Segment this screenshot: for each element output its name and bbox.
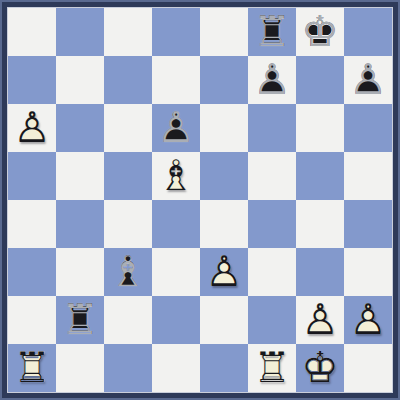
square-g6[interactable] [296,104,344,152]
square-f5[interactable] [248,152,296,200]
white-king-icon: ♚ [296,344,344,392]
piece-black-pawn[interactable]: ♟♙ [344,56,392,104]
square-b1[interactable] [56,344,104,392]
black-rook-outline-icon: ♖ [56,296,104,344]
square-c8[interactable] [104,8,152,56]
square-e4[interactable] [200,200,248,248]
square-a6[interactable]: ♟♙ [8,104,56,152]
square-e6[interactable] [200,104,248,152]
square-g5[interactable] [296,152,344,200]
square-d7[interactable] [152,56,200,104]
square-h7[interactable]: ♟♙ [344,56,392,104]
black-bishop-outline-icon: ♗ [104,248,152,296]
square-b8[interactable] [56,8,104,56]
piece-white-bishop[interactable]: ♝♗ [152,152,200,200]
piece-black-king[interactable]: ♚♔ [296,8,344,56]
white-rook-icon: ♜ [8,344,56,392]
piece-black-rook[interactable]: ♜♖ [56,296,104,344]
square-c7[interactable] [104,56,152,104]
white-king-outline-icon: ♔ [296,344,344,392]
piece-white-rook[interactable]: ♜♖ [248,344,296,392]
black-king-icon: ♚ [296,8,344,56]
square-d5[interactable]: ♝♗ [152,152,200,200]
square-c2[interactable] [104,296,152,344]
square-c5[interactable] [104,152,152,200]
square-d2[interactable] [152,296,200,344]
black-pawn-icon: ♟ [344,56,392,104]
black-rook-icon: ♜ [56,296,104,344]
white-bishop-icon: ♝ [152,152,200,200]
square-f1[interactable]: ♜♖ [248,344,296,392]
piece-black-pawn[interactable]: ♟♙ [152,104,200,152]
chess-board-frame: ♜♖♚♔♟♙♟♙♟♙♟♙♝♗♝♗♟♙♜♖♟♙♟♙♜♖♜♖♚♔ [0,0,400,400]
black-pawn-outline-icon: ♙ [344,56,392,104]
square-a4[interactable] [8,200,56,248]
square-c1[interactable] [104,344,152,392]
square-c4[interactable] [104,200,152,248]
piece-white-pawn[interactable]: ♟♙ [344,296,392,344]
square-f6[interactable] [248,104,296,152]
square-a5[interactable] [8,152,56,200]
white-pawn-icon: ♟ [8,104,56,152]
black-pawn-icon: ♟ [248,56,296,104]
square-h6[interactable] [344,104,392,152]
square-g1[interactable]: ♚♔ [296,344,344,392]
square-a2[interactable] [8,296,56,344]
white-rook-outline-icon: ♖ [8,344,56,392]
white-rook-icon: ♜ [248,344,296,392]
square-e2[interactable] [200,296,248,344]
square-h8[interactable] [344,8,392,56]
piece-black-pawn[interactable]: ♟♙ [248,56,296,104]
piece-black-rook[interactable]: ♜♖ [248,8,296,56]
square-e5[interactable] [200,152,248,200]
square-b4[interactable] [56,200,104,248]
square-f8[interactable]: ♜♖ [248,8,296,56]
piece-white-pawn[interactable]: ♟♙ [8,104,56,152]
square-b6[interactable] [56,104,104,152]
piece-white-king[interactable]: ♚♔ [296,344,344,392]
square-g2[interactable]: ♟♙ [296,296,344,344]
white-pawn-outline-icon: ♙ [344,296,392,344]
square-f4[interactable] [248,200,296,248]
square-a3[interactable] [8,248,56,296]
square-h2[interactable]: ♟♙ [344,296,392,344]
square-f7[interactable]: ♟♙ [248,56,296,104]
piece-white-pawn[interactable]: ♟♙ [296,296,344,344]
square-e3[interactable]: ♟♙ [200,248,248,296]
piece-white-pawn[interactable]: ♟♙ [200,248,248,296]
square-h1[interactable] [344,344,392,392]
square-f2[interactable] [248,296,296,344]
square-g3[interactable] [296,248,344,296]
black-bishop-icon: ♝ [104,248,152,296]
square-e1[interactable] [200,344,248,392]
black-rook-outline-icon: ♖ [248,8,296,56]
white-pawn-icon: ♟ [200,248,248,296]
white-pawn-outline-icon: ♙ [200,248,248,296]
square-b2[interactable]: ♜♖ [56,296,104,344]
square-g8[interactable]: ♚♔ [296,8,344,56]
square-b3[interactable] [56,248,104,296]
square-f3[interactable] [248,248,296,296]
white-pawn-icon: ♟ [344,296,392,344]
black-king-outline-icon: ♔ [296,8,344,56]
square-c3[interactable]: ♝♗ [104,248,152,296]
square-d3[interactable] [152,248,200,296]
square-c6[interactable] [104,104,152,152]
square-d8[interactable] [152,8,200,56]
black-pawn-icon: ♟ [152,104,200,152]
square-a8[interactable] [8,8,56,56]
white-pawn-icon: ♟ [296,296,344,344]
square-a7[interactable] [8,56,56,104]
square-d6[interactable]: ♟♙ [152,104,200,152]
square-h5[interactable] [344,152,392,200]
square-e7[interactable] [200,56,248,104]
white-bishop-outline-icon: ♗ [152,152,200,200]
square-b5[interactable] [56,152,104,200]
white-pawn-outline-icon: ♙ [296,296,344,344]
square-h3[interactable] [344,248,392,296]
piece-white-rook[interactable]: ♜♖ [8,344,56,392]
black-pawn-outline-icon: ♙ [248,56,296,104]
square-d1[interactable] [152,344,200,392]
black-pawn-outline-icon: ♙ [152,104,200,152]
chess-board: ♜♖♚♔♟♙♟♙♟♙♟♙♝♗♝♗♟♙♜♖♟♙♟♙♜♖♜♖♚♔ [7,7,393,393]
square-a1[interactable]: ♜♖ [8,344,56,392]
square-d4[interactable] [152,200,200,248]
square-g7[interactable] [296,56,344,104]
black-rook-icon: ♜ [248,8,296,56]
square-e8[interactable] [200,8,248,56]
square-b7[interactable] [56,56,104,104]
piece-black-bishop[interactable]: ♝♗ [104,248,152,296]
white-rook-outline-icon: ♖ [248,344,296,392]
white-pawn-outline-icon: ♙ [8,104,56,152]
square-h4[interactable] [344,200,392,248]
square-g4[interactable] [296,200,344,248]
